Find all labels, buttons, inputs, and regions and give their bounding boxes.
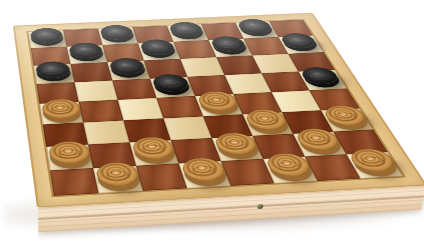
- square-b3[interactable]: [83, 121, 129, 145]
- square-d4[interactable]: [156, 96, 203, 118]
- square-a6[interactable]: ⛂: [34, 64, 75, 84]
- clasp-pin-hole: [257, 204, 263, 209]
- checker-piece-black[interactable]: ⛂: [139, 39, 177, 56]
- checker-piece-black[interactable]: ⛂: [151, 74, 191, 93]
- square-a3[interactable]: [43, 123, 88, 147]
- checker-piece-black[interactable]: ⛂: [108, 58, 146, 76]
- square-f1[interactable]: ⛀: [263, 157, 317, 184]
- checker-piece-light[interactable]: ⛀: [179, 157, 228, 182]
- square-b5[interactable]: [75, 81, 118, 102]
- square-b2[interactable]: [88, 143, 136, 169]
- square-b1[interactable]: ⛀: [93, 166, 143, 194]
- checker-piece-light[interactable]: ⛀: [41, 99, 82, 120]
- square-b6[interactable]: [71, 63, 113, 83]
- square-b4[interactable]: [79, 100, 124, 123]
- square-g2[interactable]: ⛀: [293, 132, 346, 157]
- checker-piece-black[interactable]: ⛂: [68, 42, 104, 59]
- checker-piece-light[interactable]: ⛀: [48, 141, 92, 165]
- checker-piece-light[interactable]: ⛀: [212, 132, 260, 156]
- square-a4[interactable]: ⛀: [40, 102, 84, 125]
- square-c2[interactable]: ⛀: [130, 141, 179, 167]
- square-a1[interactable]: [50, 169, 99, 197]
- checker-piece-light[interactable]: ⛀: [321, 105, 370, 127]
- square-a5[interactable]: [36, 83, 78, 104]
- checker-piece-light[interactable]: ⛀: [346, 148, 399, 173]
- square-b7[interactable]: ⛂: [67, 45, 108, 64]
- square-d3[interactable]: [163, 117, 211, 141]
- checker-piece-black[interactable]: ⛂: [30, 28, 64, 44]
- checker-piece-black[interactable]: ⛂: [278, 33, 318, 49]
- square-e2[interactable]: ⛀: [212, 136, 263, 161]
- square-f2[interactable]: [253, 134, 305, 159]
- square-f3[interactable]: ⛀: [243, 113, 293, 137]
- square-g3[interactable]: [282, 111, 333, 134]
- checker-piece-black[interactable]: ⛂: [35, 61, 71, 79]
- square-h4[interactable]: [309, 89, 359, 111]
- board-grid: ⛂⛂⛂⛂⛂⛂⛂⛂⛂⛂⛂⛂⛀⛀⛀⛀⛀⛀⛀⛀⛀⛀⛀⛀: [28, 20, 403, 196]
- checkers-photo-scene: ⛂⛂⛂⛂⛂⛂⛂⛂⛂⛂⛂⛂⛀⛀⛀⛀⛀⛀⛀⛀⛀⛀⛀⛀: [0, 0, 424, 244]
- square-e4[interactable]: ⛀: [195, 94, 243, 116]
- square-d2[interactable]: [171, 138, 221, 163]
- square-a2[interactable]: ⛀: [46, 145, 93, 171]
- checker-piece-black[interactable]: ⛂: [298, 67, 341, 85]
- checker-piece-light[interactable]: ⛀: [243, 109, 290, 131]
- square-e1[interactable]: [221, 159, 274, 186]
- checker-piece-light[interactable]: ⛀: [263, 153, 314, 178]
- square-g1[interactable]: [305, 155, 361, 182]
- square-c6[interactable]: ⛂: [107, 61, 150, 81]
- square-h1[interactable]: ⛀: [346, 152, 403, 179]
- square-c4[interactable]: [118, 98, 164, 121]
- square-h2[interactable]: [333, 130, 387, 155]
- square-c5[interactable]: [112, 79, 156, 100]
- square-h3[interactable]: ⛀: [321, 109, 373, 132]
- checker-piece-light[interactable]: ⛀: [131, 137, 177, 161]
- checker-piece-light[interactable]: ⛀: [293, 128, 343, 151]
- checker-piece-light[interactable]: ⛀: [94, 162, 141, 188]
- square-c3[interactable]: [123, 119, 170, 143]
- square-d1[interactable]: ⛀: [179, 162, 231, 189]
- square-c1[interactable]: [136, 164, 187, 191]
- square-e3[interactable]: [203, 115, 252, 139]
- checker-piece-black[interactable]: ⛂: [209, 36, 248, 52]
- checker-piece-black[interactable]: ⛂: [168, 22, 205, 38]
- checkers-board: ⛂⛂⛂⛂⛂⛂⛂⛂⛂⛂⛂⛂⛀⛀⛀⛀⛀⛀⛀⛀⛀⛀⛀⛀: [13, 13, 424, 208]
- checker-piece-black[interactable]: ⛂: [99, 25, 135, 41]
